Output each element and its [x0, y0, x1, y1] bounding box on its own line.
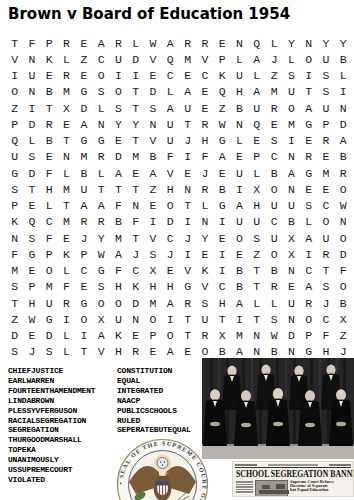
- grid-cell[interactable]: A: [335, 133, 352, 149]
- grid-cell[interactable]: H: [231, 84, 248, 100]
- grid-cell[interactable]: O: [335, 181, 352, 197]
- grid-cell[interactable]: E: [75, 68, 92, 84]
- grid-cell[interactable]: F: [162, 149, 179, 165]
- grid-cell[interactable]: G: [75, 84, 92, 100]
- grid-cell[interactable]: O: [231, 230, 248, 246]
- grid-cell[interactable]: S: [6, 344, 23, 360]
- grid-cell[interactable]: J: [162, 246, 179, 262]
- grid-cell[interactable]: B: [335, 149, 352, 165]
- grid-cell[interactable]: B: [265, 165, 282, 181]
- grid-cell[interactable]: A: [300, 279, 317, 295]
- grid-cell[interactable]: N: [196, 214, 213, 230]
- grid-cell[interactable]: L: [283, 51, 300, 67]
- grid-cell[interactable]: S: [92, 279, 109, 295]
- grid-cell[interactable]: X: [283, 246, 300, 262]
- grid-cell[interactable]: T: [6, 35, 23, 51]
- grid-cell[interactable]: P: [41, 246, 58, 262]
- grid-cell[interactable]: L: [23, 133, 40, 149]
- grid-cell[interactable]: G: [6, 165, 23, 181]
- grid-cell[interactable]: O: [110, 295, 127, 311]
- grid-cell[interactable]: S: [92, 84, 109, 100]
- grid-cell[interactable]: X: [214, 328, 231, 344]
- grid-cell[interactable]: S: [196, 295, 213, 311]
- grid-cell[interactable]: T: [127, 133, 144, 149]
- grid-cell[interactable]: R: [196, 116, 213, 132]
- grid-cell[interactable]: N: [127, 311, 144, 327]
- grid-cell[interactable]: T: [58, 198, 75, 214]
- grid-cell[interactable]: E: [300, 133, 317, 149]
- grid-cell[interactable]: E: [23, 328, 40, 344]
- grid-cell[interactable]: G: [23, 246, 40, 262]
- grid-cell[interactable]: N: [179, 181, 196, 197]
- grid-cell[interactable]: L: [248, 295, 265, 311]
- grid-cell[interactable]: J: [127, 246, 144, 262]
- grid-cell[interactable]: T: [41, 100, 58, 116]
- grid-cell[interactable]: Q: [162, 51, 179, 67]
- grid-cell[interactable]: O: [300, 51, 317, 67]
- grid-cell[interactable]: A: [162, 344, 179, 360]
- grid-cell[interactable]: L: [127, 35, 144, 51]
- grid-cell[interactable]: R: [265, 279, 282, 295]
- grid-cell[interactable]: K: [58, 246, 75, 262]
- grid-cell[interactable]: H: [110, 344, 127, 360]
- grid-cell[interactable]: T: [23, 181, 40, 197]
- grid-cell[interactable]: P: [300, 328, 317, 344]
- grid-cell[interactable]: T: [300, 84, 317, 100]
- grid-cell[interactable]: V: [179, 263, 196, 279]
- grid-cell[interactable]: Y: [110, 116, 127, 132]
- grid-cell[interactable]: X: [58, 100, 75, 116]
- grid-cell[interactable]: U: [248, 100, 265, 116]
- grid-cell[interactable]: I: [214, 246, 231, 262]
- grid-cell[interactable]: H: [162, 279, 179, 295]
- grid-cell[interactable]: T: [127, 181, 144, 197]
- grid-cell[interactable]: P: [6, 116, 23, 132]
- grid-cell[interactable]: E: [265, 116, 282, 132]
- grid-cell[interactable]: L: [231, 133, 248, 149]
- grid-cell[interactable]: B: [335, 51, 352, 67]
- grid-cell[interactable]: J: [265, 51, 282, 67]
- grid-cell[interactable]: F: [58, 279, 75, 295]
- grid-cell[interactable]: I: [23, 100, 40, 116]
- grid-cell[interactable]: O: [265, 181, 282, 197]
- grid-cell[interactable]: X: [335, 311, 352, 327]
- grid-cell[interactable]: L: [58, 165, 75, 181]
- grid-cell[interactable]: O: [92, 295, 109, 311]
- grid-cell[interactable]: Z: [6, 311, 23, 327]
- grid-cell[interactable]: U: [231, 165, 248, 181]
- grid-cell[interactable]: C: [162, 68, 179, 84]
- grid-cell[interactable]: L: [265, 35, 282, 51]
- grid-cell[interactable]: Y: [127, 116, 144, 132]
- grid-cell[interactable]: R: [110, 35, 127, 51]
- grid-cell[interactable]: N: [58, 149, 75, 165]
- grid-cell[interactable]: D: [75, 100, 92, 116]
- grid-cell[interactable]: G: [92, 133, 109, 149]
- grid-cell[interactable]: A: [75, 116, 92, 132]
- grid-cell[interactable]: T: [179, 198, 196, 214]
- grid-cell[interactable]: T: [248, 263, 265, 279]
- grid-cell[interactable]: E: [162, 263, 179, 279]
- grid-cell[interactable]: U: [317, 51, 334, 67]
- grid-cell[interactable]: U: [283, 295, 300, 311]
- grid-cell[interactable]: E: [179, 165, 196, 181]
- grid-cell[interactable]: E: [144, 68, 161, 84]
- grid-cell[interactable]: B: [144, 149, 161, 165]
- grid-cell[interactable]: H: [162, 181, 179, 197]
- grid-cell[interactable]: E: [179, 68, 196, 84]
- grid-cell[interactable]: U: [162, 116, 179, 132]
- grid-cell[interactable]: L: [300, 214, 317, 230]
- grid-cell[interactable]: V: [196, 51, 213, 67]
- grid-cell[interactable]: L: [231, 51, 248, 67]
- grid-cell[interactable]: U: [265, 230, 282, 246]
- grid-cell[interactable]: E: [317, 181, 334, 197]
- grid-cell[interactable]: L: [92, 100, 109, 116]
- grid-cell[interactable]: F: [23, 35, 40, 51]
- grid-cell[interactable]: M: [58, 84, 75, 100]
- grid-cell[interactable]: M: [75, 149, 92, 165]
- grid-cell[interactable]: D: [6, 328, 23, 344]
- grid-cell[interactable]: A: [144, 165, 161, 181]
- grid-cell[interactable]: N: [92, 116, 109, 132]
- grid-cell[interactable]: U: [265, 198, 282, 214]
- grid-cell[interactable]: L: [248, 165, 265, 181]
- grid-cell[interactable]: A: [92, 328, 109, 344]
- grid-cell[interactable]: Y: [283, 35, 300, 51]
- grid-cell[interactable]: M: [58, 214, 75, 230]
- grid-cell[interactable]: I: [6, 68, 23, 84]
- grid-cell[interactable]: M: [144, 295, 161, 311]
- grid-cell[interactable]: E: [144, 344, 161, 360]
- grid-cell[interactable]: F: [110, 198, 127, 214]
- grid-cell[interactable]: R: [127, 344, 144, 360]
- grid-cell[interactable]: A: [283, 165, 300, 181]
- grid-cell[interactable]: B: [231, 279, 248, 295]
- grid-cell[interactable]: R: [58, 295, 75, 311]
- grid-cell[interactable]: K: [214, 68, 231, 84]
- grid-cell[interactable]: O: [335, 279, 352, 295]
- grid-cell[interactable]: Z: [335, 328, 352, 344]
- grid-cell[interactable]: M: [179, 51, 196, 67]
- grid-cell[interactable]: Q: [6, 133, 23, 149]
- grid-cell[interactable]: S: [317, 279, 334, 295]
- grid-cell[interactable]: O: [75, 311, 92, 327]
- grid-cell[interactable]: J: [179, 133, 196, 149]
- grid-cell[interactable]: I: [179, 214, 196, 230]
- grid-cell[interactable]: I: [58, 311, 75, 327]
- grid-cell[interactable]: C: [162, 230, 179, 246]
- grid-cell[interactable]: C: [317, 198, 334, 214]
- grid-cell[interactable]: A: [162, 295, 179, 311]
- grid-cell[interactable]: G: [179, 279, 196, 295]
- grid-cell[interactable]: P: [75, 246, 92, 262]
- grid-cell[interactable]: I: [179, 246, 196, 262]
- grid-cell[interactable]: K: [41, 51, 58, 67]
- grid-cell[interactable]: F: [196, 149, 213, 165]
- grid-cell[interactable]: Q: [248, 35, 265, 51]
- grid-cell[interactable]: O: [265, 246, 282, 262]
- grid-cell[interactable]: D: [335, 246, 352, 262]
- grid-cell[interactable]: M: [6, 263, 23, 279]
- grid-cell[interactable]: L: [196, 198, 213, 214]
- grid-cell[interactable]: S: [317, 68, 334, 84]
- grid-cell[interactable]: K: [6, 214, 23, 230]
- grid-cell[interactable]: A: [92, 35, 109, 51]
- grid-cell[interactable]: R: [317, 246, 334, 262]
- grid-cell[interactable]: N: [231, 116, 248, 132]
- grid-cell[interactable]: O: [300, 311, 317, 327]
- grid-cell[interactable]: L: [58, 344, 75, 360]
- grid-cell[interactable]: I: [283, 133, 300, 149]
- grid-cell[interactable]: L: [41, 198, 58, 214]
- grid-cell[interactable]: F: [110, 263, 127, 279]
- grid-cell[interactable]: U: [23, 68, 40, 84]
- grid-cell[interactable]: U: [110, 311, 127, 327]
- grid-cell[interactable]: R: [92, 149, 109, 165]
- grid-cell[interactable]: I: [300, 68, 317, 84]
- grid-cell[interactable]: U: [231, 214, 248, 230]
- grid-cell[interactable]: T: [127, 230, 144, 246]
- grid-cell[interactable]: L: [248, 68, 265, 84]
- grid-cell[interactable]: H: [144, 279, 161, 295]
- grid-cell[interactable]: D: [23, 116, 40, 132]
- grid-cell[interactable]: J: [179, 230, 196, 246]
- grid-cell[interactable]: S: [110, 100, 127, 116]
- grid-cell[interactable]: U: [162, 133, 179, 149]
- grid-cell[interactable]: B: [231, 263, 248, 279]
- grid-cell[interactable]: U: [75, 181, 92, 197]
- grid-cell[interactable]: S: [265, 133, 282, 149]
- grid-cell[interactable]: T: [214, 311, 231, 327]
- grid-cell[interactable]: B: [335, 295, 352, 311]
- grid-cell[interactable]: H: [110, 279, 127, 295]
- grid-cell[interactable]: V: [196, 279, 213, 295]
- grid-cell[interactable]: W: [92, 246, 109, 262]
- grid-cell[interactable]: B: [41, 133, 58, 149]
- grid-cell[interactable]: G: [214, 198, 231, 214]
- grid-cell[interactable]: P: [6, 198, 23, 214]
- grid-cell[interactable]: R: [196, 35, 213, 51]
- grid-cell[interactable]: A: [110, 246, 127, 262]
- grid-cell[interactable]: H: [41, 181, 58, 197]
- grid-cell[interactable]: I: [335, 84, 352, 100]
- grid-cell[interactable]: G: [75, 295, 92, 311]
- grid-cell[interactable]: P: [23, 279, 40, 295]
- grid-cell[interactable]: V: [144, 133, 161, 149]
- grid-cell[interactable]: T: [127, 100, 144, 116]
- grid-cell[interactable]: R: [92, 214, 109, 230]
- grid-cell[interactable]: C: [75, 263, 92, 279]
- grid-cell[interactable]: E: [231, 149, 248, 165]
- grid-cell[interactable]: F: [335, 263, 352, 279]
- grid-cell[interactable]: P: [317, 116, 334, 132]
- grid-cell[interactable]: E: [144, 198, 161, 214]
- grid-cell[interactable]: P: [248, 149, 265, 165]
- grid-cell[interactable]: B: [214, 181, 231, 197]
- grid-cell[interactable]: O: [144, 311, 161, 327]
- grid-cell[interactable]: D: [41, 328, 58, 344]
- grid-cell[interactable]: S: [144, 246, 161, 262]
- grid-cell[interactable]: U: [110, 51, 127, 67]
- grid-cell[interactable]: G: [300, 165, 317, 181]
- grid-cell[interactable]: Z: [75, 51, 92, 67]
- grid-cell[interactable]: S: [23, 230, 40, 246]
- grid-cell[interactable]: Q: [214, 84, 231, 100]
- grid-cell[interactable]: G: [214, 133, 231, 149]
- grid-cell[interactable]: F: [317, 328, 334, 344]
- grid-cell[interactable]: O: [317, 214, 334, 230]
- grid-cell[interactable]: A: [231, 198, 248, 214]
- grid-cell[interactable]: S: [300, 198, 317, 214]
- grid-cell[interactable]: J: [75, 230, 92, 246]
- grid-cell[interactable]: N: [335, 100, 352, 116]
- grid-cell[interactable]: R: [179, 295, 196, 311]
- grid-cell[interactable]: A: [110, 165, 127, 181]
- grid-cell[interactable]: I: [214, 263, 231, 279]
- grid-cell[interactable]: R: [317, 133, 334, 149]
- grid-cell[interactable]: I: [127, 68, 144, 84]
- grid-cell[interactable]: H: [248, 198, 265, 214]
- grid-cell[interactable]: S: [283, 68, 300, 84]
- grid-cell[interactable]: W: [23, 311, 40, 327]
- grid-cell[interactable]: N: [6, 230, 23, 246]
- grid-cell[interactable]: D: [335, 116, 352, 132]
- grid-cell[interactable]: D: [283, 328, 300, 344]
- grid-cell[interactable]: B: [283, 214, 300, 230]
- grid-cell[interactable]: L: [58, 263, 75, 279]
- grid-cell[interactable]: I: [110, 68, 127, 84]
- grid-cell[interactable]: X: [283, 230, 300, 246]
- grid-cell[interactable]: U: [196, 311, 213, 327]
- grid-cell[interactable]: N: [23, 51, 40, 67]
- grid-cell[interactable]: S: [23, 149, 40, 165]
- grid-cell[interactable]: S: [265, 311, 282, 327]
- grid-cell[interactable]: C: [196, 68, 213, 84]
- grid-cell[interactable]: T: [75, 344, 92, 360]
- grid-cell[interactable]: G: [300, 116, 317, 132]
- grid-cell[interactable]: A: [179, 84, 196, 100]
- grid-cell[interactable]: C: [300, 263, 317, 279]
- grid-cell[interactable]: F: [6, 246, 23, 262]
- grid-cell[interactable]: L: [335, 68, 352, 84]
- grid-cell[interactable]: N: [231, 35, 248, 51]
- grid-cell[interactable]: E: [41, 149, 58, 165]
- grid-cell[interactable]: E: [214, 165, 231, 181]
- grid-cell[interactable]: M: [41, 279, 58, 295]
- grid-cell[interactable]: E: [214, 230, 231, 246]
- grid-cell[interactable]: T: [58, 133, 75, 149]
- grid-cell[interactable]: B: [265, 263, 282, 279]
- grid-cell[interactable]: S: [6, 181, 23, 197]
- grid-cell[interactable]: C: [127, 263, 144, 279]
- grid-cell[interactable]: M: [58, 181, 75, 197]
- grid-cell[interactable]: B: [110, 214, 127, 230]
- grid-cell[interactable]: B: [75, 165, 92, 181]
- grid-cell[interactable]: O: [162, 198, 179, 214]
- grid-cell[interactable]: U: [317, 100, 334, 116]
- grid-cell[interactable]: Y: [196, 230, 213, 246]
- grid-cell[interactable]: E: [196, 100, 213, 116]
- grid-cell[interactable]: H: [196, 133, 213, 149]
- grid-cell[interactable]: D: [127, 295, 144, 311]
- grid-cell[interactable]: R: [58, 68, 75, 84]
- grid-cell[interactable]: O: [283, 100, 300, 116]
- grid-cell[interactable]: A: [214, 149, 231, 165]
- grid-cell[interactable]: E: [110, 133, 127, 149]
- grid-cell[interactable]: O: [92, 68, 109, 84]
- grid-cell[interactable]: N: [335, 214, 352, 230]
- grid-cell[interactable]: K: [196, 263, 213, 279]
- grid-cell[interactable]: A: [92, 198, 109, 214]
- grid-cell[interactable]: T: [248, 279, 265, 295]
- grid-cell[interactable]: Z: [214, 100, 231, 116]
- grid-cell[interactable]: Y: [335, 35, 352, 51]
- grid-cell[interactable]: M: [231, 328, 248, 344]
- grid-cell[interactable]: E: [127, 328, 144, 344]
- grid-cell[interactable]: M: [317, 165, 334, 181]
- grid-cell[interactable]: G: [41, 311, 58, 327]
- grid-cell[interactable]: D: [110, 149, 127, 165]
- grid-cell[interactable]: N: [283, 311, 300, 327]
- grid-cell[interactable]: U: [317, 230, 334, 246]
- grid-cell[interactable]: N: [23, 84, 40, 100]
- grid-cell[interactable]: S: [6, 279, 23, 295]
- grid-cell[interactable]: M: [283, 116, 300, 132]
- grid-cell[interactable]: O: [162, 328, 179, 344]
- grid-cell[interactable]: A: [75, 198, 92, 214]
- grid-cell[interactable]: U: [231, 68, 248, 84]
- grid-cell[interactable]: N: [248, 328, 265, 344]
- grid-cell[interactable]: I: [231, 181, 248, 197]
- grid-cell[interactable]: P: [41, 35, 58, 51]
- grid-cell[interactable]: E: [58, 230, 75, 246]
- grid-cell[interactable]: P: [144, 328, 161, 344]
- grid-cell[interactable]: T: [317, 263, 334, 279]
- grid-cell[interactable]: R: [196, 328, 213, 344]
- grid-cell[interactable]: A: [300, 100, 317, 116]
- grid-cell[interactable]: W: [335, 198, 352, 214]
- grid-cell[interactable]: C: [214, 279, 231, 295]
- grid-cell[interactable]: F: [127, 214, 144, 230]
- grid-cell[interactable]: T: [6, 295, 23, 311]
- grid-cell[interactable]: J: [196, 165, 213, 181]
- grid-cell[interactable]: I: [144, 214, 161, 230]
- grid-cell[interactable]: X: [144, 263, 161, 279]
- grid-cell[interactable]: R: [179, 35, 196, 51]
- grid-cell[interactable]: A: [162, 35, 179, 51]
- grid-cell[interactable]: R: [75, 214, 92, 230]
- grid-cell[interactable]: G: [92, 263, 109, 279]
- grid-cell[interactable]: C: [41, 214, 58, 230]
- grid-cell[interactable]: T: [110, 181, 127, 197]
- grid-cell[interactable]: V: [92, 344, 109, 360]
- grid-cell[interactable]: Z: [144, 181, 161, 197]
- grid-cell[interactable]: O: [41, 263, 58, 279]
- grid-cell[interactable]: Y: [92, 230, 109, 246]
- grid-cell[interactable]: H: [214, 295, 231, 311]
- grid-cell[interactable]: T: [179, 311, 196, 327]
- grid-cell[interactable]: P: [214, 51, 231, 67]
- grid-cell[interactable]: L: [58, 328, 75, 344]
- grid-cell[interactable]: Q: [248, 116, 265, 132]
- grid-cell[interactable]: U: [179, 100, 196, 116]
- grid-cell[interactable]: A: [248, 84, 265, 100]
- grid-cell[interactable]: Z: [265, 68, 282, 84]
- grid-cell[interactable]: L: [58, 51, 75, 67]
- grid-cell[interactable]: T: [127, 84, 144, 100]
- grid-cell[interactable]: U: [41, 295, 58, 311]
